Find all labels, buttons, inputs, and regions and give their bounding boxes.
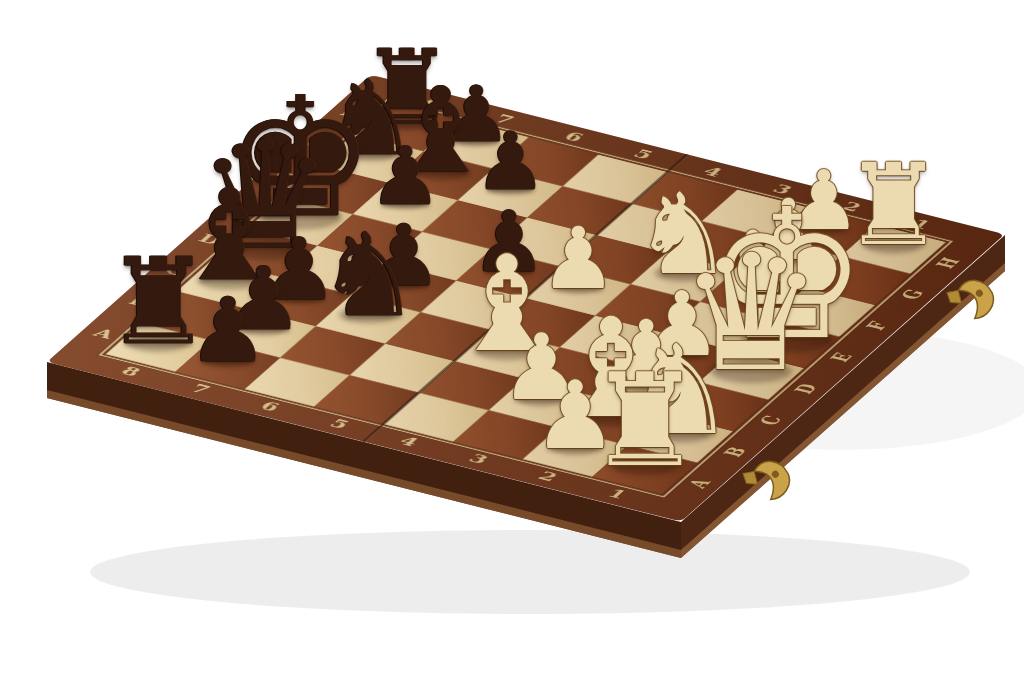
piece-white-rook-a1[interactable]: ♜ (587, 356, 702, 485)
piece-black-pawn-g6[interactable]: ♟ (474, 123, 546, 203)
piece-black-knight-c6[interactable]: ♞ (317, 218, 420, 333)
ground-shadow (90, 530, 970, 614)
chess-photo-scene: ABCDEFGH ABCDEFGH 87654321 87654321 ♜♟♞♝… (0, 0, 1024, 683)
piece-black-pawn-a7[interactable]: ♟ (188, 286, 268, 375)
